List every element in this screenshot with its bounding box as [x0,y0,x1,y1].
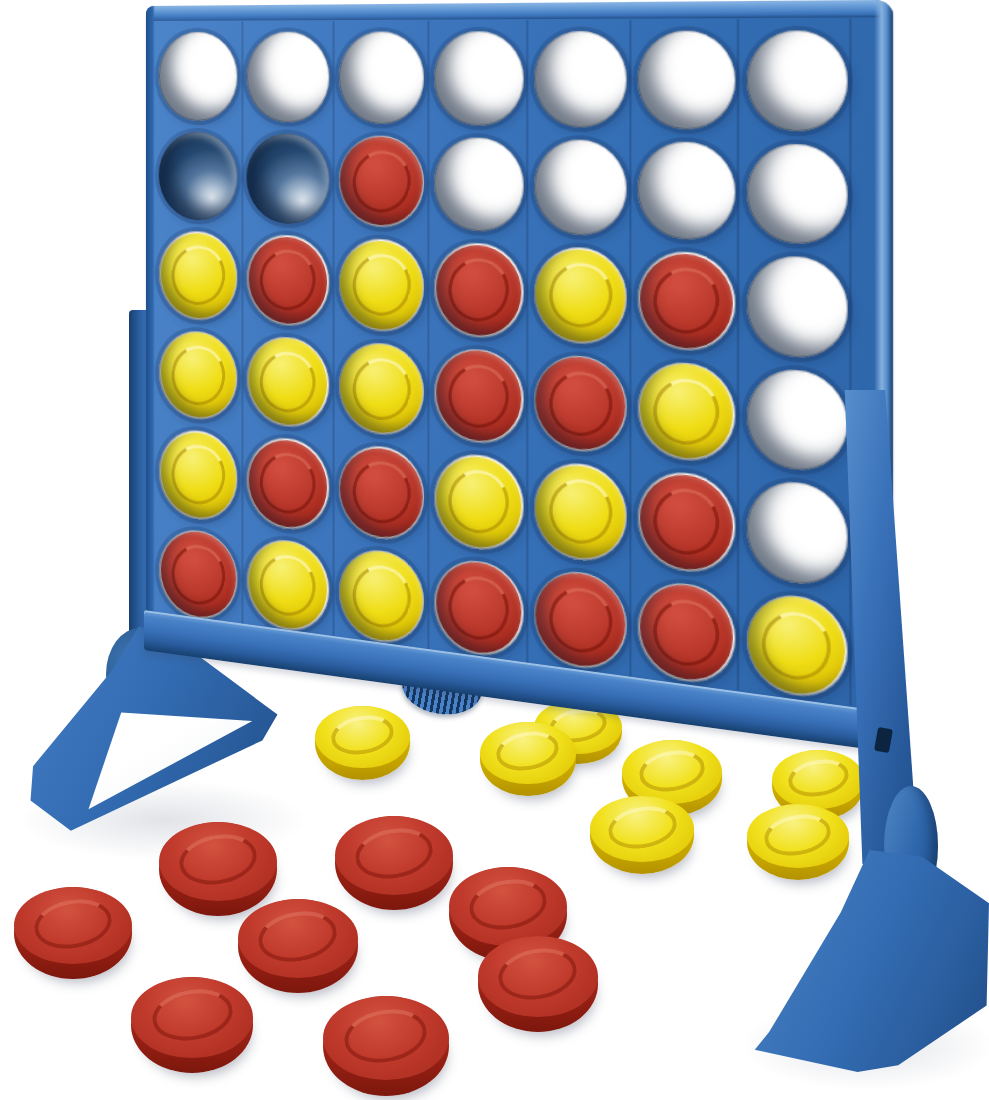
loose-red-8[interactable] [323,996,449,1096]
board-left-edge [146,6,155,619]
loose-yellow-3[interactable] [747,804,849,880]
red-disc-r3c4 [436,243,522,338]
cell-r2c3[interactable] [339,134,425,229]
red-disc-r4c5 [536,354,625,453]
yellow-disc-r5c5 [536,462,625,563]
cell-r5c3[interactable] [339,443,425,543]
cell-r2c7[interactable] [746,142,847,245]
yellow-disc-r3c1 [160,231,236,320]
cell-r1c4[interactable] [434,31,523,126]
red-disc-r3c6 [640,252,733,351]
loose-red-1[interactable] [159,822,277,916]
cell-r1c6[interactable] [638,31,735,130]
cell-r2c1[interactable] [159,131,238,222]
red-disc-r4c4 [436,348,522,445]
yellow-disc-r6c2 [249,537,328,633]
cell-r2c4[interactable] [434,136,523,233]
loose-red-2[interactable] [335,816,453,910]
cell-r4c4[interactable] [434,346,523,447]
cell-r5c7[interactable] [746,478,847,588]
cell-r4c5[interactable] [534,352,627,455]
yellow-disc-r5c1 [160,429,236,521]
cell-r1c7[interactable] [746,30,847,131]
loose-red-7[interactable] [131,977,253,1073]
cell-r3c2[interactable] [247,233,329,328]
loose-yellow-7[interactable] [590,796,694,874]
yellow-disc-r6c7 [748,592,845,700]
loose-red-4[interactable] [14,887,132,979]
red-disc-r5c3 [340,445,422,541]
cell-r2c5[interactable] [534,138,627,237]
cell-r5c6[interactable] [638,469,735,577]
game-board [146,0,893,715]
cell-r3c4[interactable] [434,241,523,340]
yellow-disc-r3c3 [340,239,422,332]
cell-r6c2[interactable] [247,535,329,635]
red-disc-r6c5 [536,569,625,672]
cell-r4c1[interactable] [159,328,238,422]
cell-r6c3[interactable] [339,545,425,647]
cell-r4c2[interactable] [247,334,329,430]
cell-r3c1[interactable] [159,230,238,323]
loose-yellow-5[interactable] [480,722,576,796]
cell-r2c2[interactable] [247,133,329,226]
yellow-disc-r4c6 [640,361,733,462]
red-disc-r5c2 [249,437,328,531]
cell-r4c7[interactable] [746,366,847,474]
cell-r4c6[interactable] [638,359,735,464]
cell-r5c2[interactable] [247,435,329,533]
cell-r5c1[interactable] [159,427,238,523]
cell-r6c6[interactable] [638,578,735,688]
loose-yellow-4[interactable] [315,706,410,780]
red-disc-r6c4 [436,558,522,658]
cell-r3c5[interactable] [534,245,627,346]
red-disc-r5c6 [640,471,733,574]
cell-r2c6[interactable] [638,140,735,241]
cell-r1c3[interactable] [339,31,425,124]
red-disc-r3c2 [249,235,328,326]
yellow-disc-r4c2 [249,336,328,429]
cell-r6c7[interactable] [746,590,847,702]
red-disc-r2c3 [340,136,422,227]
yellow-disc-r3c5 [536,247,625,344]
cell-r5c5[interactable] [534,460,627,565]
yellow-disc-r4c1 [160,330,236,421]
loose-red-6[interactable] [478,936,598,1032]
cell-r6c4[interactable] [434,556,523,661]
red-disc-r6c6 [640,580,733,685]
cell-r1c5[interactable] [534,31,627,128]
cell-r6c5[interactable] [534,567,627,674]
yellow-disc-r4c3 [340,342,422,437]
cell-r3c7[interactable] [746,254,847,360]
cell-r5c4[interactable] [434,451,523,554]
cell-r4c3[interactable] [339,340,425,439]
board-top-rail [146,0,893,21]
cell-r6c1[interactable] [159,526,238,624]
yellow-disc-r5c4 [436,453,522,552]
loose-red-5[interactable] [238,899,358,993]
connect-four-scene [0,0,989,1100]
yellow-disc-r6c3 [340,547,422,645]
cell-r1c1[interactable] [159,32,238,121]
cell-r3c3[interactable] [339,237,425,334]
cell-r3c6[interactable] [638,250,735,353]
board-grid [159,30,848,702]
cell-r1c2[interactable] [247,32,329,123]
red-disc-r6c1 [160,528,236,622]
